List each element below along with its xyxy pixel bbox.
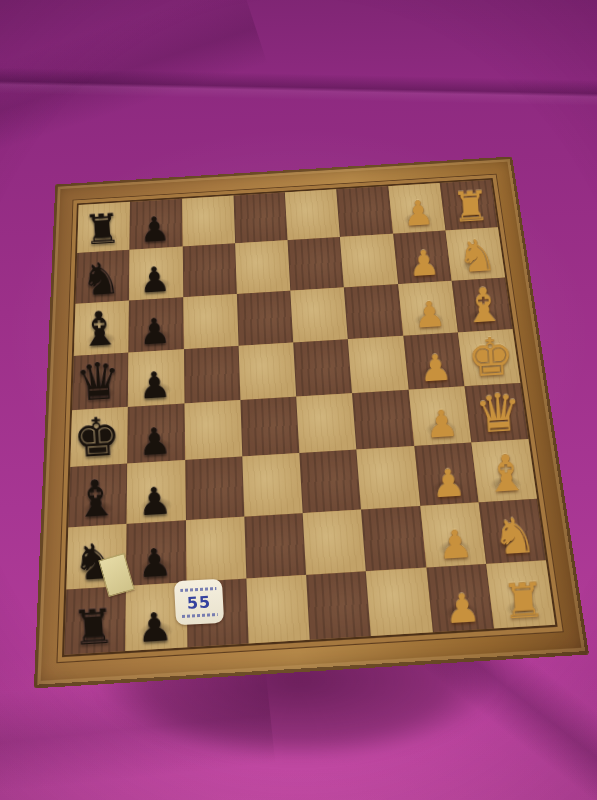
lot-number: 55 bbox=[186, 592, 211, 612]
photograph: ♜♟♟♜♞♟♟♞♝♟♟♝♛♟♟♚♚♟♟♛♝♟♟♝♞♟♟♞♜♟♟♜ 55 bbox=[0, 0, 597, 800]
sticker-fine-print bbox=[181, 613, 218, 618]
photo-vignette bbox=[0, 0, 597, 800]
lot-sticker: 55 bbox=[174, 579, 224, 625]
sticker-fine-print bbox=[180, 587, 217, 592]
